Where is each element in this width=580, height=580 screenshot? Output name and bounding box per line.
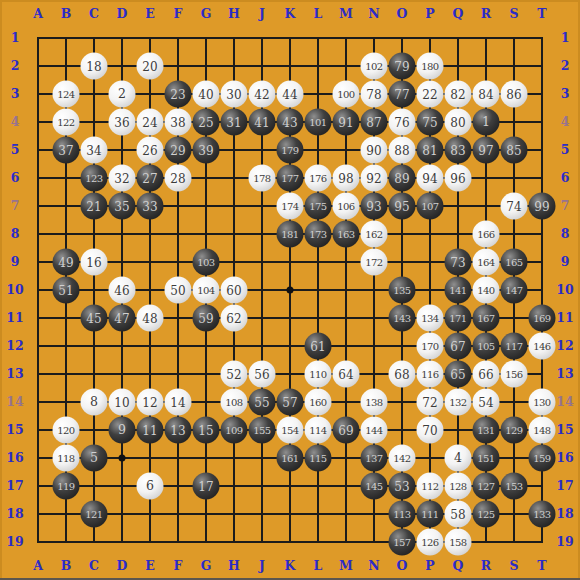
stone-E5-move-26[interactable]: 26: [137, 137, 164, 164]
row-label-left-7: 7: [11, 200, 20, 213]
stone-L14-move-160[interactable]: 160: [305, 389, 332, 416]
stone-O7-move-95[interactable]: 95: [389, 193, 416, 220]
stone-R14-move-54[interactable]: 54: [473, 389, 500, 416]
stone-F3-move-23[interactable]: 23: [165, 81, 192, 108]
stone-D3-move-2[interactable]: 2: [109, 81, 136, 108]
stone-Q11-move-171[interactable]: 171: [445, 305, 472, 332]
stone-O2-move-79[interactable]: 79: [389, 53, 416, 80]
stone-N4-move-87[interactable]: 87: [361, 109, 388, 136]
stone-G4-move-25[interactable]: 25: [193, 109, 220, 136]
row-label-right-16: 16: [556, 452, 573, 465]
stone-K16-move-161[interactable]: 161: [277, 445, 304, 472]
row-label-right-1: 1: [561, 32, 570, 45]
stone-L15-move-114[interactable]: 114: [305, 417, 332, 444]
stone-O3-move-77[interactable]: 77: [389, 81, 416, 108]
stone-Q14-move-132[interactable]: 132: [445, 389, 472, 416]
stone-N7-move-93[interactable]: 93: [361, 193, 388, 220]
stone-N17-move-145[interactable]: 145: [361, 473, 388, 500]
stone-O17-move-53[interactable]: 53: [389, 473, 416, 500]
col-label-top-D: D: [117, 8, 128, 21]
hoshi-K10: [287, 287, 294, 294]
col-label-bottom-T: T: [537, 560, 546, 573]
stone-R12-move-105[interactable]: 105: [473, 333, 500, 360]
stone-M13-move-64[interactable]: 64: [333, 361, 360, 388]
row-label-right-6: 6: [561, 172, 570, 185]
stone-S13-move-156[interactable]: 156: [501, 361, 528, 388]
stone-K15-move-154[interactable]: 154: [277, 417, 304, 444]
col-label-top-S: S: [509, 8, 518, 21]
col-label-top-O: O: [397, 8, 408, 21]
stone-C16-move-5[interactable]: 5: [81, 445, 108, 472]
stone-G3-move-40[interactable]: 40: [193, 81, 220, 108]
stone-F4-move-38[interactable]: 38: [165, 109, 192, 136]
stone-F15-move-13[interactable]: 13: [165, 417, 192, 444]
stone-Q18-move-58[interactable]: 58: [445, 501, 472, 528]
stone-N14-move-138[interactable]: 138: [361, 389, 388, 416]
col-label-bottom-L: L: [314, 560, 323, 573]
col-label-bottom-S: S: [509, 560, 518, 573]
row-label-left-4: 4: [11, 116, 20, 129]
row-label-right-9: 9: [561, 256, 570, 269]
col-label-top-K: K: [285, 8, 296, 21]
col-label-bottom-M: M: [339, 560, 353, 573]
stone-H13-move-52[interactable]: 52: [221, 361, 248, 388]
row-label-left-12: 12: [6, 340, 23, 353]
stone-K7-move-174[interactable]: 174: [277, 193, 304, 220]
stone-O4-move-76[interactable]: 76: [389, 109, 416, 136]
row-label-left-9: 9: [11, 256, 20, 269]
stone-H4-move-31[interactable]: 31: [221, 109, 248, 136]
row-label-right-10: 10: [556, 284, 573, 297]
row-label-left-13: 13: [6, 368, 23, 381]
row-label-right-4: 4: [561, 116, 570, 129]
col-label-top-H: H: [228, 8, 240, 21]
stone-P19-move-126[interactable]: 126: [417, 529, 444, 556]
stone-P11-move-134[interactable]: 134: [417, 305, 444, 332]
col-label-bottom-R: R: [481, 560, 491, 573]
stone-P7-move-107[interactable]: 107: [417, 193, 444, 220]
row-label-right-15: 15: [556, 424, 573, 437]
stone-D4-move-36[interactable]: 36: [109, 109, 136, 136]
stone-T15-move-148[interactable]: 148: [529, 417, 556, 444]
stone-B15-move-120[interactable]: 120: [53, 417, 80, 444]
stone-E4-move-24[interactable]: 24: [137, 109, 164, 136]
hoshi-D16: [119, 455, 126, 462]
col-label-bottom-B: B: [61, 560, 72, 573]
stone-J3-move-42[interactable]: 42: [249, 81, 276, 108]
col-label-bottom-N: N: [368, 560, 379, 573]
stone-J4-move-41[interactable]: 41: [249, 109, 276, 136]
row-label-right-8: 8: [561, 228, 570, 241]
stone-D7-move-35[interactable]: 35: [109, 193, 136, 220]
stone-B17-move-119[interactable]: 119: [53, 473, 80, 500]
stone-G10-move-104[interactable]: 104: [193, 277, 220, 304]
stone-S9-move-165[interactable]: 165: [501, 249, 528, 276]
stone-L6-move-176[interactable]: 176: [305, 165, 332, 192]
stone-B10-move-51[interactable]: 51: [53, 277, 80, 304]
stone-D14-move-10[interactable]: 10: [109, 389, 136, 416]
stone-E2-move-20[interactable]: 20: [137, 53, 164, 80]
stone-K14-move-57[interactable]: 57: [277, 389, 304, 416]
stone-D11-move-47[interactable]: 47: [109, 305, 136, 332]
col-label-bottom-F: F: [174, 560, 183, 573]
row-label-left-16: 16: [6, 452, 23, 465]
col-label-bottom-H: H: [228, 560, 240, 573]
stone-H3-move-30[interactable]: 30: [221, 81, 248, 108]
col-label-bottom-G: G: [201, 560, 212, 573]
stone-L8-move-173[interactable]: 173: [305, 221, 332, 248]
stone-C18-move-121[interactable]: 121: [81, 501, 108, 528]
stone-P4-move-75[interactable]: 75: [417, 109, 444, 136]
stone-K6-move-177[interactable]: 177: [277, 165, 304, 192]
stone-C9-move-16[interactable]: 16: [81, 249, 108, 276]
stone-P5-move-81[interactable]: 81: [417, 137, 444, 164]
stone-P13-move-116[interactable]: 116: [417, 361, 444, 388]
row-label-left-6: 6: [11, 172, 20, 185]
stone-E7-move-33[interactable]: 33: [137, 193, 164, 220]
col-label-top-C: C: [89, 8, 99, 21]
stone-P6-move-94[interactable]: 94: [417, 165, 444, 192]
stone-J15-move-155[interactable]: 155: [249, 417, 276, 444]
stone-B3-move-124[interactable]: 124: [53, 81, 80, 108]
stone-L13-move-110[interactable]: 110: [305, 361, 332, 388]
stone-T16-move-159[interactable]: 159: [529, 445, 556, 472]
stone-S7-move-74[interactable]: 74: [501, 193, 528, 220]
col-label-top-Q: Q: [453, 8, 464, 21]
row-label-right-17: 17: [556, 480, 573, 493]
col-label-top-F: F: [174, 8, 183, 21]
stone-S12-move-117[interactable]: 117: [501, 333, 528, 360]
stone-B9-move-49[interactable]: 49: [53, 249, 80, 276]
row-label-right-11: 11: [556, 312, 573, 325]
stone-D10-move-46[interactable]: 46: [109, 277, 136, 304]
col-label-bottom-D: D: [117, 560, 128, 573]
col-label-top-R: R: [481, 8, 491, 21]
col-label-bottom-P: P: [425, 560, 434, 573]
stone-T18-move-133[interactable]: 133: [529, 501, 556, 528]
stone-R16-move-151[interactable]: 151: [473, 445, 500, 472]
row-label-left-14: 14: [6, 396, 23, 409]
stone-O11-move-143[interactable]: 143: [389, 305, 416, 332]
stone-K4-move-43[interactable]: 43: [277, 109, 304, 136]
stone-R18-move-125[interactable]: 125: [473, 501, 500, 528]
stone-P3-move-22[interactable]: 22: [417, 81, 444, 108]
row-label-left-18: 18: [6, 508, 23, 521]
row-label-left-5: 5: [11, 144, 20, 157]
stone-G17-move-17[interactable]: 17: [193, 473, 220, 500]
stone-M4-move-91[interactable]: 91: [333, 109, 360, 136]
stone-R17-move-127[interactable]: 127: [473, 473, 500, 500]
stone-L12-move-61[interactable]: 61: [305, 333, 332, 360]
stone-C7-move-21[interactable]: 21: [81, 193, 108, 220]
stone-O10-move-135[interactable]: 135: [389, 277, 416, 304]
stone-R8-move-166[interactable]: 166: [473, 221, 500, 248]
col-label-bottom-C: C: [89, 560, 99, 573]
stone-C5-move-34[interactable]: 34: [81, 137, 108, 164]
stone-E15-move-11[interactable]: 11: [137, 417, 164, 444]
row-label-left-11: 11: [6, 312, 23, 325]
stone-T14-move-130[interactable]: 130: [529, 389, 556, 416]
col-label-bottom-A: A: [33, 560, 43, 573]
col-label-bottom-Q: Q: [453, 560, 464, 573]
col-label-top-B: B: [61, 8, 72, 21]
stone-L7-move-175[interactable]: 175: [305, 193, 332, 220]
col-label-top-N: N: [368, 8, 379, 21]
stone-C14-move-8[interactable]: 8: [81, 389, 108, 416]
stone-R15-move-131[interactable]: 131: [473, 417, 500, 444]
stone-B4-move-122[interactable]: 122: [53, 109, 80, 136]
stone-D15-move-9[interactable]: 9: [109, 417, 136, 444]
stone-S15-move-129[interactable]: 129: [501, 417, 528, 444]
col-label-top-J: J: [259, 8, 265, 21]
stone-P18-move-111[interactable]: 111: [417, 501, 444, 528]
stone-S5-move-85[interactable]: 85: [501, 137, 528, 164]
stone-S10-move-147[interactable]: 147: [501, 277, 528, 304]
stone-S17-move-153[interactable]: 153: [501, 473, 528, 500]
row-label-left-15: 15: [6, 424, 23, 437]
stone-P14-move-72[interactable]: 72: [417, 389, 444, 416]
row-label-left-2: 2: [11, 60, 20, 73]
stone-P2-move-180[interactable]: 180: [417, 53, 444, 80]
stone-T12-move-146[interactable]: 146: [529, 333, 556, 360]
stone-Q17-move-128[interactable]: 128: [445, 473, 472, 500]
col-label-bottom-J: J: [259, 560, 265, 573]
stone-H14-move-108[interactable]: 108: [221, 389, 248, 416]
stone-R4-move-1[interactable]: 1: [473, 109, 500, 136]
stone-T11-move-169[interactable]: 169: [529, 305, 556, 332]
stone-E6-move-27[interactable]: 27: [137, 165, 164, 192]
stone-P12-move-170[interactable]: 170: [417, 333, 444, 360]
stone-H15-move-109[interactable]: 109: [221, 417, 248, 444]
stone-Q6-move-96[interactable]: 96: [445, 165, 472, 192]
stone-Q3-move-82[interactable]: 82: [445, 81, 472, 108]
col-label-bottom-O: O: [397, 560, 408, 573]
col-label-top-T: T: [537, 8, 546, 21]
stone-O19-move-157[interactable]: 157: [389, 529, 416, 556]
stone-B16-move-118[interactable]: 118: [53, 445, 80, 472]
stone-K3-move-44[interactable]: 44: [277, 81, 304, 108]
col-label-top-P: P: [425, 8, 434, 21]
stone-N8-move-162[interactable]: 162: [361, 221, 388, 248]
row-label-left-17: 17: [6, 480, 23, 493]
row-label-right-7: 7: [561, 200, 570, 213]
stone-Q10-move-141[interactable]: 141: [445, 277, 472, 304]
stone-R13-move-66[interactable]: 66: [473, 361, 500, 388]
stone-N9-move-172[interactable]: 172: [361, 249, 388, 276]
stone-G11-move-59[interactable]: 59: [193, 305, 220, 332]
stone-O18-move-113[interactable]: 113: [389, 501, 416, 528]
col-label-bottom-K: K: [285, 560, 296, 573]
stone-D6-move-32[interactable]: 32: [109, 165, 136, 192]
col-label-bottom-E: E: [145, 560, 155, 573]
stone-J13-move-56[interactable]: 56: [249, 361, 276, 388]
stone-Q19-move-158[interactable]: 158: [445, 529, 472, 556]
stone-F14-move-14[interactable]: 14: [165, 389, 192, 416]
stone-R10-move-140[interactable]: 140: [473, 277, 500, 304]
stone-B5-move-37[interactable]: 37: [53, 137, 80, 164]
row-label-left-3: 3: [11, 88, 20, 101]
stone-N5-move-90[interactable]: 90: [361, 137, 388, 164]
stone-L16-move-115[interactable]: 115: [305, 445, 332, 472]
stone-T7-move-99[interactable]: 99: [529, 193, 556, 220]
stone-Q9-move-73[interactable]: 73: [445, 249, 472, 276]
stone-G15-move-15[interactable]: 15: [193, 417, 220, 444]
stone-N2-move-102[interactable]: 102: [361, 53, 388, 80]
row-label-right-14: 14: [556, 396, 573, 409]
row-label-right-13: 13: [556, 368, 573, 381]
stone-C11-move-45[interactable]: 45: [81, 305, 108, 332]
stone-M15-move-69[interactable]: 69: [333, 417, 360, 444]
stone-Q16-move-4[interactable]: 4: [445, 445, 472, 472]
stone-E17-move-6[interactable]: 6: [137, 473, 164, 500]
stone-J14-move-55[interactable]: 55: [249, 389, 276, 416]
stone-M6-move-98[interactable]: 98: [333, 165, 360, 192]
col-label-top-L: L: [314, 8, 323, 21]
row-label-right-5: 5: [561, 144, 570, 157]
stone-M8-move-163[interactable]: 163: [333, 221, 360, 248]
stone-G9-move-103[interactable]: 103: [193, 249, 220, 276]
stone-N16-move-137[interactable]: 137: [361, 445, 388, 472]
row-label-right-12: 12: [556, 340, 573, 353]
stone-O5-move-88[interactable]: 88: [389, 137, 416, 164]
stone-P17-move-112[interactable]: 112: [417, 473, 444, 500]
stone-C6-move-123[interactable]: 123: [81, 165, 108, 192]
row-label-left-10: 10: [6, 284, 23, 297]
stone-K5-move-179[interactable]: 179: [277, 137, 304, 164]
stone-F5-move-29[interactable]: 29: [165, 137, 192, 164]
col-label-top-M: M: [339, 8, 353, 21]
stone-N15-move-144[interactable]: 144: [361, 417, 388, 444]
stone-M7-move-106[interactable]: 106: [333, 193, 360, 220]
go-kifu-viewer: AABBCCDDEEFFGGHHJJKKLLMMNNOOPPQQRRSSTT11…: [0, 0, 580, 580]
col-label-top-A: A: [33, 8, 43, 21]
row-label-right-3: 3: [561, 88, 570, 101]
stone-R3-move-84[interactable]: 84: [473, 81, 500, 108]
row-label-left-8: 8: [11, 228, 20, 241]
stone-F10-move-50[interactable]: 50: [165, 277, 192, 304]
stone-G5-move-39[interactable]: 39: [193, 137, 220, 164]
stone-K8-move-181[interactable]: 181: [277, 221, 304, 248]
col-label-top-G: G: [201, 8, 212, 21]
stone-F6-move-28[interactable]: 28: [165, 165, 192, 192]
stone-R5-move-97[interactable]: 97: [473, 137, 500, 164]
row-label-right-18: 18: [556, 508, 573, 521]
row-label-right-2: 2: [561, 60, 570, 73]
stone-O13-move-68[interactable]: 68: [389, 361, 416, 388]
stone-Q4-move-80[interactable]: 80: [445, 109, 472, 136]
row-label-left-19: 19: [6, 536, 23, 549]
stone-P15-move-70[interactable]: 70: [417, 417, 444, 444]
stone-L4-move-101[interactable]: 101: [305, 109, 332, 136]
stone-R9-move-164[interactable]: 164: [473, 249, 500, 276]
stone-J6-move-178[interactable]: 178: [249, 165, 276, 192]
row-label-right-19: 19: [556, 536, 573, 549]
stone-N6-move-92[interactable]: 92: [361, 165, 388, 192]
stone-H10-move-60[interactable]: 60: [221, 277, 248, 304]
stone-Q5-move-83[interactable]: 83: [445, 137, 472, 164]
stone-C2-move-18[interactable]: 18: [81, 53, 108, 80]
stone-M3-move-100[interactable]: 100: [333, 81, 360, 108]
stone-E14-move-12[interactable]: 12: [137, 389, 164, 416]
col-label-top-E: E: [145, 8, 155, 21]
stone-Q12-move-67[interactable]: 67: [445, 333, 472, 360]
stone-N3-move-78[interactable]: 78: [361, 81, 388, 108]
stone-O6-move-89[interactable]: 89: [389, 165, 416, 192]
stone-H11-move-62[interactable]: 62: [221, 305, 248, 332]
row-label-left-1: 1: [11, 32, 20, 45]
stone-Q13-move-65[interactable]: 65: [445, 361, 472, 388]
stone-R11-move-167[interactable]: 167: [473, 305, 500, 332]
stone-E11-move-48[interactable]: 48: [137, 305, 164, 332]
stone-S3-move-86[interactable]: 86: [501, 81, 528, 108]
stone-O16-move-142[interactable]: 142: [389, 445, 416, 472]
